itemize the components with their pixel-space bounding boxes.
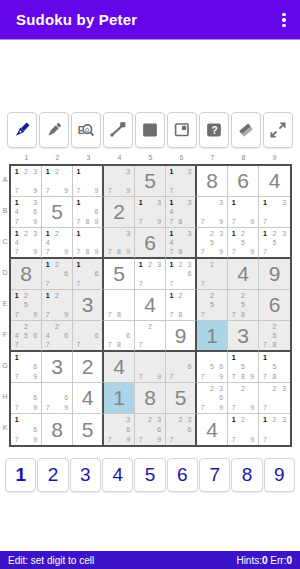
cell-B3[interactable]: 16789 (73, 197, 104, 228)
big-digit: 5 (135, 166, 165, 196)
big-digit: 1 (104, 383, 134, 413)
cell-E6[interactable]: 1278 (166, 290, 197, 321)
cell-H1[interactable]: 679 (11, 383, 42, 414)
cell-A2[interactable]: 1279 (42, 166, 73, 197)
eraser-tool-button[interactable] (231, 112, 261, 148)
big-digit: 6 (259, 290, 290, 320)
big-digit: 5 (73, 414, 102, 445)
cell-E4[interactable]: 78 (104, 290, 135, 321)
digit-button-5[interactable]: 5 (134, 458, 165, 492)
filled-square-tool-button[interactable] (135, 112, 165, 148)
cell-K2[interactable]: 8 (42, 414, 73, 445)
cell-F5[interactable]: 27 (135, 321, 166, 352)
line-tool-button[interactable] (103, 112, 133, 148)
expand-icon (267, 119, 289, 141)
cell-G5[interactable]: 79 (135, 352, 166, 383)
pencil-marks: 1279 (42, 166, 72, 196)
col-label-8: 8 (228, 152, 259, 163)
col-label-6: 6 (166, 152, 197, 163)
digit-button-9[interactable]: 9 (264, 458, 295, 492)
status-mode-text: Edit: set digit to cell (8, 555, 94, 566)
cell-K4[interactable]: 3679 (104, 414, 135, 445)
cell-B9[interactable]: 137 (259, 197, 290, 228)
hints-value: 0 (262, 555, 268, 566)
pencil-marks: 5679 (197, 352, 227, 382)
cell-B6[interactable]: 13478 (166, 197, 197, 228)
col-label-2: 2 (42, 152, 73, 163)
big-digit: 2 (104, 197, 134, 227)
pencil-marks: 379 (197, 197, 227, 227)
big-digit: 5 (104, 259, 134, 289)
cell-K6[interactable]: 2367 (166, 414, 197, 445)
cell-A1[interactable]: 12379 (11, 166, 42, 197)
cell-A6[interactable]: 137 (166, 166, 197, 197)
cell-G2[interactable]: 3 (42, 352, 73, 383)
corner-square-icon (171, 119, 193, 141)
pencil-marks: 67 (73, 321, 102, 350)
cell-H6[interactable]: 5 (166, 383, 197, 414)
cell-A7[interactable]: 8 (197, 166, 228, 197)
cell-D6[interactable]: 12367 (166, 259, 197, 290)
digit-button-2[interactable]: 2 (37, 458, 68, 492)
cell-C2[interactable]: 12479 (42, 228, 73, 259)
cell-E8[interactable]: 2578 (228, 290, 259, 321)
pencil-marks: 3789 (104, 228, 134, 257)
big-digit: 1 (197, 321, 227, 350)
pencil-marks: 23679 (135, 414, 165, 445)
digit-button-1[interactable]: 1 (5, 458, 36, 492)
cell-K5[interactable]: 23679 (135, 414, 166, 445)
cell-C6[interactable]: 13478 (166, 228, 197, 259)
pencil-marks: 1679 (11, 352, 41, 382)
cell-F9[interactable]: 2578 (259, 321, 290, 352)
toolbar: E o ? (7, 112, 293, 148)
svg-text:o: o (85, 125, 89, 134)
pencil-marks: 12367 (166, 259, 195, 289)
cell-C1[interactable]: 123479 (11, 228, 42, 259)
pencil-marks: 134679 (11, 197, 41, 227)
pencil-tool-button[interactable] (39, 112, 69, 148)
big-digit: 9 (259, 259, 290, 289)
cell-D2[interactable]: 1267 (42, 259, 73, 290)
big-digit: 3 (42, 352, 72, 382)
big-digit: 9 (166, 321, 195, 350)
pencil-marks: 24567 (11, 321, 41, 350)
cell-G7[interactable]: 5679 (197, 352, 228, 383)
pencil-marks: 167 (73, 259, 102, 289)
pencil-marks: 3679 (104, 414, 134, 445)
column-labels: 123456789 (11, 152, 290, 163)
app-bar: Sudoku by Peter (0, 0, 300, 40)
pen-tool-button[interactable] (7, 112, 37, 148)
big-digit: 8 (42, 414, 72, 445)
cell-G8[interactable]: 15789 (228, 352, 259, 383)
line-icon (107, 119, 129, 141)
pencil-marks: 137 (166, 166, 195, 196)
col-label-5: 5 (135, 152, 166, 163)
cell-E1[interactable]: 12579 (11, 290, 42, 321)
cell-D7[interactable]: 27 (197, 259, 228, 290)
cell-G4[interactable]: 4 (104, 352, 135, 383)
cell-C4[interactable]: 3789 (104, 228, 135, 259)
pencil-marks: 1279 (42, 290, 72, 320)
pencil-marks: 1789 (73, 228, 102, 257)
big-digit: 2 (73, 352, 102, 382)
pencil-marks: 13478 (166, 228, 195, 257)
cell-A4[interactable]: 379 (104, 166, 135, 197)
cell-G9[interactable]: 1578 (259, 352, 290, 383)
cell-E3[interactable]: 3 (73, 290, 104, 321)
hints-label: Hints: (236, 555, 262, 566)
col-label-7: 7 (197, 152, 228, 163)
pencil-marks: 2367 (166, 414, 195, 445)
app-title: Sudoku by Peter (16, 11, 137, 28)
pencil-icon (43, 119, 65, 141)
overflow-menu-icon[interactable] (277, 10, 291, 30)
pencil-marks: 12379 (11, 166, 41, 196)
cell-F1[interactable]: 24567 (11, 321, 42, 352)
pencil-marks: 1279 (228, 414, 258, 445)
cell-H2[interactable]: 679 (42, 383, 73, 414)
pencil-marks: 23679 (197, 383, 227, 413)
err-value: 0 (286, 555, 292, 566)
pencil-marks: 257 (197, 290, 227, 320)
cell-D9[interactable]: 9 (259, 259, 290, 290)
col-label-1: 1 (11, 152, 42, 163)
pencil-marks: 179 (228, 197, 258, 227)
cell-D5[interactable]: 1237 (135, 259, 166, 290)
cell-E2[interactable]: 1279 (42, 290, 73, 321)
pencil-marks: 12579 (11, 290, 41, 320)
cell-F6[interactable]: 9 (166, 321, 197, 352)
big-digit: 6 (135, 228, 165, 257)
pencil-marks: 279 (228, 383, 258, 413)
pencil-marks: 23579 (197, 228, 227, 257)
cell-D4[interactable]: 5 (104, 259, 135, 290)
pencil-marks: 12579 (228, 228, 258, 257)
cell-F4[interactable]: 678 (104, 321, 135, 352)
cell-D1[interactable]: 8 (11, 259, 42, 290)
big-digit: 8 (135, 383, 165, 413)
pencil-marks: 379 (104, 166, 134, 196)
pencil-marks: 679 (42, 383, 72, 413)
cell-B2[interactable]: 5 (42, 197, 73, 228)
pencil-marks: 1578 (259, 352, 290, 382)
cell-A9[interactable]: 4 (259, 166, 290, 197)
cell-K7[interactable]: 4 (197, 414, 228, 445)
cell-G3[interactable]: 2 (73, 352, 104, 383)
cell-C3[interactable]: 1789 (73, 228, 104, 259)
pencil-marks: 1237 (135, 259, 165, 289)
cell-A3[interactable]: 179 (73, 166, 104, 197)
cell-K8[interactable]: 1279 (228, 414, 259, 445)
cell-B1[interactable]: 134679 (11, 197, 42, 228)
big-digit: 4 (228, 259, 258, 289)
cell-H5[interactable]: 8 (135, 383, 166, 414)
cell-F8[interactable]: 3 (228, 321, 259, 352)
corner-square-tool-button[interactable] (167, 112, 197, 148)
pencil-marks: 78 (104, 290, 134, 320)
pencil-marks: 13478 (166, 197, 195, 227)
cell-F2[interactable]: 2467 (42, 321, 73, 352)
cell-C5[interactable]: 6 (135, 228, 166, 259)
cell-D3[interactable]: 167 (73, 259, 104, 290)
digit-button-7[interactable]: 7 (199, 458, 230, 492)
search-eq-icon: E o (75, 119, 97, 141)
pencil-marks: 67 (166, 352, 195, 382)
pencil-marks: 1679 (11, 414, 41, 445)
cell-H8[interactable]: 279 (228, 383, 259, 414)
pencil-marks: 12357 (259, 228, 290, 257)
big-digit: 4 (197, 414, 227, 445)
status-counters: Hints:0 Err:0 (236, 555, 292, 566)
big-digit: 3 (228, 321, 258, 350)
sudoku-board: 1237912791793795137864134679516789213791… (9, 164, 292, 447)
cell-F7[interactable]: 1 (197, 321, 228, 352)
pencil-marks: 12479 (42, 228, 72, 257)
pen-icon (11, 119, 33, 141)
pencil-marks: 2467 (42, 321, 72, 350)
svg-text:?: ? (211, 125, 217, 136)
digit-button-4[interactable]: 4 (102, 458, 133, 492)
cell-C8[interactable]: 12579 (228, 228, 259, 259)
expand-tool-button[interactable] (263, 112, 293, 148)
big-digit: 8 (197, 166, 227, 196)
digit-button-8[interactable]: 8 (231, 458, 262, 492)
cell-D8[interactable]: 4 (228, 259, 259, 290)
help-tool-button[interactable]: ? (199, 112, 229, 148)
digit-button-row: 123456789 (5, 458, 295, 492)
pencil-marks: 1237 (259, 414, 290, 445)
big-digit: 4 (259, 166, 290, 196)
pencil-marks: 1278 (166, 290, 195, 320)
eraser-icon (235, 119, 257, 141)
cell-A8[interactable]: 6 (228, 166, 259, 197)
cell-B8[interactable]: 179 (228, 197, 259, 228)
filled-square-icon (139, 119, 161, 141)
cell-G1[interactable]: 1679 (11, 352, 42, 383)
cell-E9[interactable]: 6 (259, 290, 290, 321)
big-digit: 3 (73, 290, 102, 320)
cell-B4[interactable]: 2 (104, 197, 135, 228)
cell-C7[interactable]: 23579 (197, 228, 228, 259)
digit-button-3[interactable]: 3 (70, 458, 101, 492)
cell-H9[interactable]: 237 (259, 383, 290, 414)
err-label: Err: (270, 555, 286, 566)
cell-K1[interactable]: 1679 (11, 414, 42, 445)
big-digit: 5 (166, 383, 195, 413)
pencil-marks: 679 (11, 383, 41, 413)
pencil-marks: 179 (73, 166, 102, 196)
col-label-9: 9 (259, 152, 290, 163)
big-digit: 4 (73, 383, 102, 413)
pencil-marks: 2578 (228, 290, 258, 320)
pencil-marks: 137 (259, 197, 290, 227)
pencil-marks: 15789 (228, 352, 258, 382)
pencil-marks: 2578 (259, 321, 290, 350)
status-bar: Edit: set digit to cell Hints:0 Err:0 (0, 551, 300, 569)
big-digit: 6 (228, 166, 258, 196)
cell-C9[interactable]: 12357 (259, 228, 290, 259)
analyze-tool-button[interactable]: E o (71, 112, 101, 148)
big-digit: 5 (42, 197, 72, 227)
cell-K9[interactable]: 1237 (259, 414, 290, 445)
cell-K3[interactable]: 5 (73, 414, 104, 445)
pencil-marks: 123479 (11, 228, 41, 257)
pencil-marks: 16789 (73, 197, 102, 227)
help-icon: ? (203, 119, 225, 141)
cell-G6[interactable]: 67 (166, 352, 197, 383)
pencil-marks: 678 (104, 321, 134, 350)
pencil-marks: 1267 (42, 259, 72, 289)
cell-H7[interactable]: 23679 (197, 383, 228, 414)
digit-button-6[interactable]: 6 (167, 458, 198, 492)
cell-H3[interactable]: 4 (73, 383, 104, 414)
pencil-marks: 1379 (135, 197, 165, 227)
cell-F3[interactable]: 67 (73, 321, 104, 352)
cell-E7[interactable]: 257 (197, 290, 228, 321)
col-label-3: 3 (73, 152, 104, 163)
big-digit: 4 (104, 352, 134, 382)
pencil-marks: 79 (135, 352, 165, 382)
big-digit: 4 (135, 290, 165, 320)
col-label-4: 4 (104, 152, 135, 163)
cell-H4[interactable]: 1 (104, 383, 135, 414)
cell-B5[interactable]: 1379 (135, 197, 166, 228)
cell-B7[interactable]: 379 (197, 197, 228, 228)
pencil-marks: 27 (197, 259, 227, 289)
cell-E5[interactable]: 4 (135, 290, 166, 321)
pencil-marks: 237 (259, 383, 290, 413)
cell-A5[interactable]: 5 (135, 166, 166, 197)
big-digit: 8 (11, 259, 41, 289)
pencil-marks: 27 (135, 321, 165, 350)
